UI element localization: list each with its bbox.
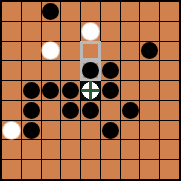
- board-cell-c6r5[interactable]: [121, 101, 140, 120]
- board-cell-c8r2[interactable]: [160, 42, 179, 61]
- board-cell-c5r1[interactable]: [101, 22, 120, 41]
- board-cell-c1r6[interactable]: [22, 121, 41, 140]
- board-cell-c4r0[interactable]: [81, 2, 100, 21]
- board-cell-c7r6[interactable]: [140, 121, 159, 140]
- black-stone[interactable]: [62, 102, 79, 119]
- board-cell-c5r2[interactable]: [101, 42, 120, 61]
- board-cell-c2r3[interactable]: [42, 61, 61, 80]
- board-cell-c5r3[interactable]: [101, 61, 120, 80]
- board-cell-c8r7[interactable]: [160, 140, 179, 159]
- board-cell-c0r2[interactable]: [2, 42, 21, 61]
- black-stone[interactable]: [62, 82, 79, 99]
- board-cell-c4r5[interactable]: [81, 101, 100, 120]
- board-cell-c2r0[interactable]: [42, 2, 61, 21]
- board-cell-c1r4[interactable]: [22, 81, 41, 100]
- board-cell-c4r7[interactable]: [81, 140, 100, 159]
- board-cell-c6r4[interactable]: [121, 81, 140, 100]
- board-cell-c0r0[interactable]: [2, 2, 21, 21]
- board-cell-c5r5[interactable]: [101, 101, 120, 120]
- board-cell-c7r1[interactable]: [140, 22, 159, 41]
- board-cell-c4r1[interactable]: [81, 22, 100, 41]
- board-cell-c4r3[interactable]: [81, 61, 100, 80]
- black-stone[interactable]: [23, 102, 40, 119]
- board-cell-c0r7[interactable]: [2, 140, 21, 159]
- black-stone[interactable]: [42, 3, 59, 20]
- board-cell-c2r1[interactable]: [42, 22, 61, 41]
- board-cell-c1r0[interactable]: [22, 2, 41, 21]
- board-cell-c2r2[interactable]: [42, 42, 61, 61]
- game-board: [0, 0, 181, 181]
- board-cell-c6r6[interactable]: [121, 121, 140, 140]
- board-cell-c6r1[interactable]: [121, 22, 140, 41]
- board-cell-c3r5[interactable]: [61, 101, 80, 120]
- black-stone[interactable]: [102, 82, 119, 99]
- board-cell-c0r4[interactable]: [2, 81, 21, 100]
- board-cell-c8r5[interactable]: [160, 101, 179, 120]
- board-cell-c2r5[interactable]: [42, 101, 61, 120]
- white-stone[interactable]: [3, 122, 20, 139]
- board-cell-c3r7[interactable]: [61, 140, 80, 159]
- board-cell-c1r8[interactable]: [22, 160, 41, 179]
- board-cell-c3r2[interactable]: [61, 42, 80, 61]
- board-cell-c5r0[interactable]: [101, 2, 120, 21]
- board-cell-c2r8[interactable]: [42, 160, 61, 179]
- black-stone[interactable]: [23, 82, 40, 99]
- board-cell-c6r8[interactable]: [121, 160, 140, 179]
- board-cell-c0r8[interactable]: [2, 160, 21, 179]
- board-cell-c7r3[interactable]: [140, 61, 159, 80]
- board-cell-c5r6[interactable]: [101, 121, 120, 140]
- board-cell-c8r0[interactable]: [160, 2, 179, 21]
- board-cell-c1r3[interactable]: [22, 61, 41, 80]
- board-cell-c2r4[interactable]: [42, 81, 61, 100]
- white-stone[interactable]: [42, 42, 59, 59]
- board-cell-c6r7[interactable]: [121, 140, 140, 159]
- board-cell-c8r6[interactable]: [160, 121, 179, 140]
- board-cell-c6r3[interactable]: [121, 61, 140, 80]
- board-cell-c1r2[interactable]: [22, 42, 41, 61]
- board-cell-c4r2[interactable]: [81, 42, 100, 61]
- black-stone[interactable]: [82, 102, 99, 119]
- board-cell-c1r5[interactable]: [22, 101, 41, 120]
- board-cell-c0r6[interactable]: [2, 121, 21, 140]
- board-cell-c3r1[interactable]: [61, 22, 80, 41]
- board-cell-c3r3[interactable]: [61, 61, 80, 80]
- white-stone[interactable]: [82, 23, 99, 40]
- board-cell-c2r6[interactable]: [42, 121, 61, 140]
- board-cell-c7r0[interactable]: [140, 2, 159, 21]
- board-cell-c8r4[interactable]: [160, 81, 179, 100]
- board-cell-c8r8[interactable]: [160, 160, 179, 179]
- black-stone[interactable]: [122, 102, 139, 119]
- board-cell-c5r7[interactable]: [101, 140, 120, 159]
- board-cell-c7r2[interactable]: [140, 42, 159, 61]
- board-cell-c1r1[interactable]: [22, 22, 41, 41]
- board-cell-c8r1[interactable]: [160, 22, 179, 41]
- board-cell-c0r5[interactable]: [2, 101, 21, 120]
- board-cell-c7r4[interactable]: [140, 81, 159, 100]
- board-cell-c7r5[interactable]: [140, 101, 159, 120]
- black-stone[interactable]: [141, 42, 158, 59]
- black-stone[interactable]: [102, 122, 119, 139]
- board-cell-c7r7[interactable]: [140, 140, 159, 159]
- board-cell-c4r6[interactable]: [81, 121, 100, 140]
- board-cell-c0r3[interactable]: [2, 61, 21, 80]
- board-cell-c3r0[interactable]: [61, 2, 80, 21]
- ball-piece-cell-c4r4[interactable]: [81, 81, 100, 100]
- black-stone[interactable]: [102, 62, 119, 79]
- black-stone[interactable]: [42, 82, 59, 99]
- board-cell-c7r8[interactable]: [140, 160, 159, 179]
- board-cell-c8r3[interactable]: [160, 61, 179, 80]
- board-cell-c2r7[interactable]: [42, 140, 61, 159]
- board-cell-c5r4[interactable]: [101, 81, 120, 100]
- board-cell-c3r4[interactable]: [61, 81, 80, 100]
- game-window: [0, 0, 181, 181]
- black-stone[interactable]: [82, 62, 99, 79]
- board-cell-c0r1[interactable]: [2, 22, 21, 41]
- board-cell-c4r8[interactable]: [81, 160, 100, 179]
- board-cell-c6r0[interactable]: [121, 2, 140, 21]
- board-cell-c6r2[interactable]: [121, 42, 140, 61]
- board-cell-c3r6[interactable]: [61, 121, 80, 140]
- black-stone[interactable]: [23, 122, 40, 139]
- board-cell-c5r8[interactable]: [101, 160, 120, 179]
- board-cell-c3r8[interactable]: [61, 160, 80, 179]
- board-cell-c1r7[interactable]: [22, 140, 41, 159]
